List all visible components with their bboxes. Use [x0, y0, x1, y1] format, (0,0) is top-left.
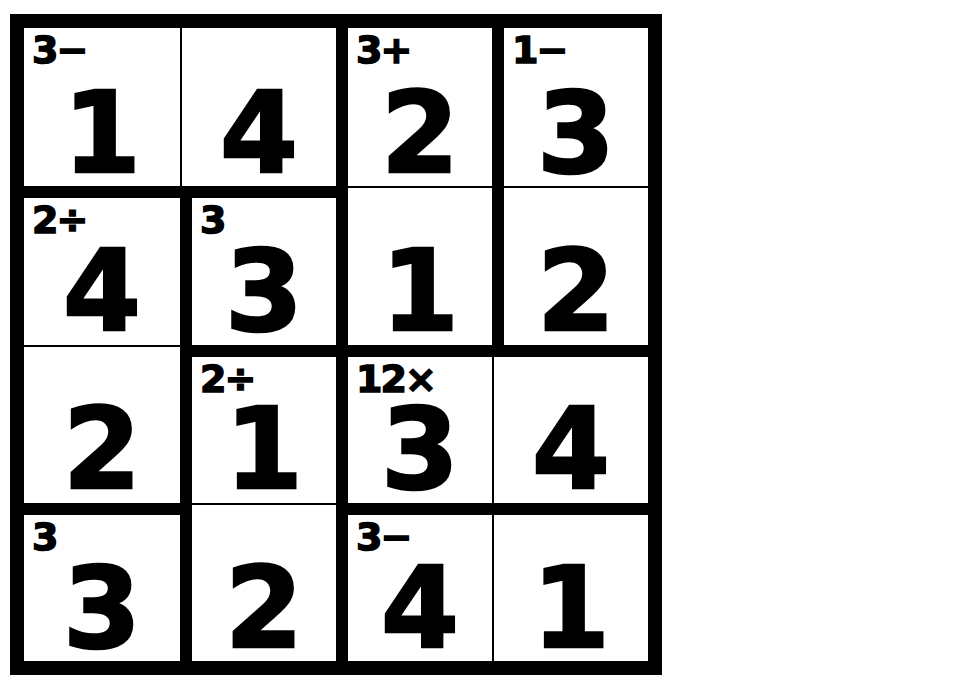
cage-clue: 12× — [356, 360, 435, 398]
cage-clue: 3 — [200, 201, 224, 239]
cell-value: 3 — [225, 248, 303, 344]
cell-value: 1 — [225, 406, 303, 502]
cage-clue: 3− — [356, 518, 410, 556]
cell-value: 3 — [381, 406, 459, 502]
cell-r3c3[interactable]: 1 — [492, 503, 648, 661]
cell-r0c1[interactable]: 4 — [180, 28, 336, 186]
cell-value: 3 — [537, 90, 615, 186]
cell-r1c2[interactable]: 1 — [336, 186, 492, 344]
cell-value: 4 — [381, 565, 459, 661]
cell-r3c1[interactable]: 2 — [180, 503, 336, 661]
cell-r0c3[interactable]: 1−3 — [492, 28, 648, 186]
cell-r1c3[interactable]: 2 — [492, 186, 648, 344]
cell-value: 4 — [63, 248, 141, 344]
cell-value: 4 — [220, 90, 298, 186]
cell-r3c2[interactable]: 3−4 — [336, 503, 492, 661]
cage-clue: 3− — [32, 31, 86, 69]
cell-r3c0[interactable]: 33 — [24, 503, 180, 661]
cell-value: 1 — [381, 248, 459, 344]
cage-clue: 2÷ — [32, 201, 86, 239]
cell-r1c1[interactable]: 33 — [180, 186, 336, 344]
kenken-board: 3−143+21−32÷4331222÷112×343323−41 — [10, 14, 662, 675]
cell-r0c0[interactable]: 3−1 — [24, 28, 180, 186]
cell-r0c2[interactable]: 3+2 — [336, 28, 492, 186]
cell-value: 3 — [63, 565, 141, 661]
cell-r1c0[interactable]: 2÷4 — [24, 186, 180, 344]
page-background: 3−143+21−32÷4331222÷112×343323−41 — [0, 0, 960, 686]
cage-clue: 3 — [32, 518, 56, 556]
cell-value: 2 — [537, 248, 615, 344]
cell-value: 2 — [63, 406, 141, 502]
cage-clue: 1− — [512, 31, 566, 69]
cell-r2c3[interactable]: 4 — [492, 345, 648, 503]
cell-value: 1 — [63, 90, 141, 186]
cage-clue: 3+ — [356, 31, 410, 69]
cell-value: 4 — [532, 406, 610, 502]
cell-value: 1 — [532, 565, 610, 661]
cell-r2c1[interactable]: 2÷1 — [180, 345, 336, 503]
cell-r2c0[interactable]: 2 — [24, 345, 180, 503]
cage-clue: 2÷ — [200, 360, 254, 398]
cell-r2c2[interactable]: 12×3 — [336, 345, 492, 503]
cell-value: 2 — [381, 90, 459, 186]
cell-value: 2 — [225, 565, 303, 661]
